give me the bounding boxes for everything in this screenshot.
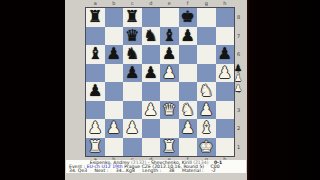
square-h2[interactable] (216, 119, 235, 138)
piece-white-pawn: ♟ (218, 65, 232, 81)
rank-label-2: 2 (237, 119, 240, 138)
piece-black-bishop: ♝ (162, 28, 176, 44)
piece-black-pawn: ♟ (218, 46, 232, 62)
square-f2[interactable]: ♟ (179, 119, 198, 138)
captured-white-pawn-icon: ♟ (234, 83, 242, 93)
piece-black-knight: ♞ (144, 28, 158, 44)
square-d6[interactable] (142, 45, 161, 64)
material-value: -2 (211, 168, 216, 173)
next-move: 34...Kg8 (116, 168, 135, 173)
chess-board: ♜♜♚♛♞♝♟♝♟♞♟♟♟♟♟♟♟♞♟♛♞♟♟♟♟♟♝♜♜♚ (85, 7, 235, 157)
square-d1[interactable] (142, 138, 161, 157)
square-h3[interactable] (216, 101, 235, 120)
length-value: 38 (169, 168, 175, 173)
square-c3[interactable] (123, 101, 142, 120)
square-d3[interactable]: ♟ (142, 101, 161, 120)
square-g2[interactable]: ♝ (197, 119, 216, 138)
square-d8[interactable] (142, 8, 161, 27)
piece-white-rook: ♜ (162, 139, 176, 155)
piece-white-rook: ♜ (88, 139, 102, 155)
file-label-c: c (123, 1, 142, 6)
file-label-d: d (142, 1, 161, 6)
piece-black-rook: ♜ (88, 9, 102, 25)
file-label-h: h (216, 1, 235, 6)
piece-black-pawn: ♟ (162, 46, 176, 62)
piece-black-pawn: ♟ (88, 83, 102, 99)
square-f3[interactable]: ♞ (179, 101, 198, 120)
last-move: 34. Qe3 (69, 168, 87, 173)
square-g3[interactable]: ♟ (197, 101, 216, 120)
piece-white-pawn: ♟ (199, 102, 213, 118)
square-b4[interactable] (105, 82, 124, 101)
piece-white-king: ♚ (199, 139, 213, 155)
piece-white-pawn: ♟ (107, 120, 121, 136)
square-g8[interactable] (197, 8, 216, 27)
square-c1[interactable] (123, 138, 142, 157)
square-b8[interactable] (105, 8, 124, 27)
square-e3[interactable]: ♛ (160, 101, 179, 120)
square-a6[interactable]: ♝ (86, 45, 105, 64)
square-g7[interactable] (197, 27, 216, 46)
square-b5[interactable] (105, 64, 124, 83)
square-e4[interactable] (160, 82, 179, 101)
square-g6[interactable] (197, 45, 216, 64)
file-label-a: a (86, 1, 105, 6)
rank-label-1: 1 (237, 138, 240, 157)
square-h6[interactable]: ♟ (216, 45, 235, 64)
square-b6[interactable]: ♟ (105, 45, 124, 64)
square-a8[interactable]: ♜ (86, 8, 105, 27)
piece-white-pawn: ♟ (144, 102, 158, 118)
captured-material-tray: ♟♟♟ (232, 63, 244, 93)
material-label: Material : (182, 168, 204, 173)
square-c8[interactable]: ♜ (123, 8, 142, 27)
square-f6[interactable] (179, 45, 198, 64)
file-label-b: b (105, 1, 124, 6)
piece-white-pawn: ♟ (162, 65, 176, 81)
square-c7[interactable]: ♛ (123, 27, 142, 46)
square-d2[interactable] (142, 119, 161, 138)
square-h8[interactable] (216, 8, 235, 27)
piece-black-rook: ♜ (125, 9, 139, 25)
square-b2[interactable]: ♟ (105, 119, 124, 138)
piece-black-king: ♚ (181, 9, 195, 25)
piece-black-pawn: ♟ (125, 65, 139, 81)
square-h1[interactable] (216, 138, 235, 157)
square-b7[interactable] (105, 27, 124, 46)
square-f4[interactable] (179, 82, 198, 101)
square-a7[interactable] (86, 27, 105, 46)
piece-white-queen: ♛ (162, 102, 176, 118)
piece-black-pawn: ♟ (181, 28, 195, 44)
rank-label-3: 3 (237, 101, 240, 120)
square-a1[interactable]: ♜ (86, 138, 105, 157)
next-label: Next : (95, 168, 109, 173)
piece-black-pawn: ♟ (107, 46, 121, 62)
square-f5[interactable] (179, 64, 198, 83)
file-label-f: f (179, 1, 198, 6)
letterbox-right (247, 0, 320, 180)
chess-app-window: abcdefgh ♜♜♚♛♞♝♟♝♟♞♟♟♟♟♟♟♟♞♟♛♞♟♟♟♟♟♝♜♜♚ … (65, 0, 247, 180)
file-label-e: e (160, 1, 179, 6)
square-c5[interactable]: ♟ (123, 64, 142, 83)
square-b3[interactable] (105, 101, 124, 120)
square-e1[interactable]: ♜ (160, 138, 179, 157)
square-g1[interactable]: ♚ (197, 138, 216, 157)
square-a2[interactable]: ♟ (86, 119, 105, 138)
square-g4[interactable]: ♞ (197, 82, 216, 101)
square-c2[interactable]: ♟ (123, 119, 142, 138)
piece-black-queen: ♛ (125, 28, 139, 44)
piece-white-bishop: ♝ (199, 120, 213, 136)
piece-white-knight: ♞ (199, 83, 213, 99)
piece-white-pawn: ♟ (125, 120, 139, 136)
square-e8[interactable] (160, 8, 179, 27)
square-a3[interactable] (86, 101, 105, 120)
square-a5[interactable] (86, 64, 105, 83)
square-g5[interactable] (197, 64, 216, 83)
piece-black-bishop: ♝ (88, 46, 102, 62)
square-h7[interactable] (216, 27, 235, 46)
square-c4[interactable] (123, 82, 142, 101)
captured-white-pawn-icon: ♟ (234, 73, 242, 83)
square-d4[interactable] (142, 82, 161, 101)
square-e5[interactable]: ♟ (160, 64, 179, 83)
square-e6[interactable]: ♟ (160, 45, 179, 64)
square-f8[interactable]: ♚ (179, 8, 198, 27)
piece-black-knight: ♞ (125, 46, 139, 62)
square-e2[interactable] (160, 119, 179, 138)
rank-label-7: 7 (237, 27, 240, 46)
rank-label-6: 6 (237, 45, 240, 64)
piece-white-knight: ♞ (181, 102, 195, 118)
square-a4[interactable]: ♟ (86, 82, 105, 101)
piece-white-pawn: ♟ (88, 120, 102, 136)
piece-black-pawn: ♟ (144, 65, 158, 81)
game-info-panel: Esipenko, Andrey (2132) - Shevchenko, Ki… (66, 160, 246, 173)
captured-black-pawn-icon: ♟ (234, 63, 242, 73)
moves-line: 34. Qe3 Next : 34...Kg8 Length : 38 Mate… (66, 169, 246, 173)
length-label: Length : (142, 168, 161, 173)
square-b1[interactable] (105, 138, 124, 157)
letterbox-left (0, 0, 65, 180)
square-e7[interactable]: ♝ (160, 27, 179, 46)
square-c6[interactable]: ♞ (123, 45, 142, 64)
rank-label-8: 8 (237, 8, 240, 27)
piece-white-pawn: ♟ (181, 120, 195, 136)
file-labels-top: abcdefgh (86, 1, 234, 6)
file-label-g: g (197, 1, 216, 6)
square-f1[interactable] (179, 138, 198, 157)
square-d5[interactable]: ♟ (142, 64, 161, 83)
square-f7[interactable]: ♟ (179, 27, 198, 46)
square-d7[interactable]: ♞ (142, 27, 161, 46)
